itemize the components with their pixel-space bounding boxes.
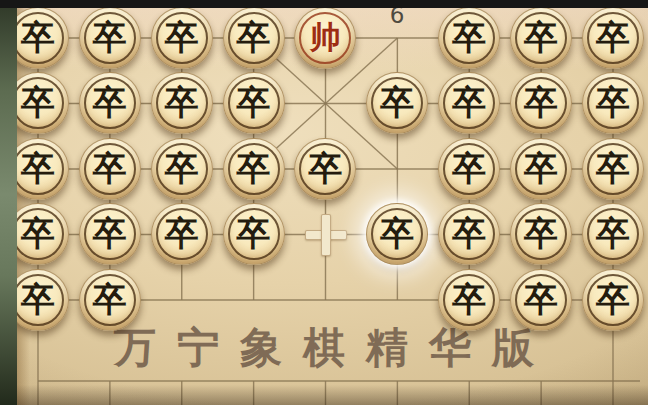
piece-black-soldier[interactable]: 卒: [151, 138, 213, 200]
background-left-strip: [0, 0, 17, 405]
piece-glyph: 卒: [21, 283, 55, 317]
piece-black-soldier[interactable]: 卒: [510, 72, 572, 134]
piece-black-soldier[interactable]: 卒: [151, 7, 213, 69]
piece-black-soldier[interactable]: 卒: [582, 203, 644, 265]
board-point[interactable]: 卒: [577, 202, 648, 268]
piece-glyph: 卒: [308, 152, 342, 186]
piece-black-soldier[interactable]: 卒: [151, 203, 213, 265]
piece-black-soldier[interactable]: 卒: [510, 138, 572, 200]
board-point[interactable]: 卒: [146, 5, 218, 71]
piece-glyph: 卒: [93, 152, 127, 186]
piece-glyph: 卒: [452, 283, 486, 317]
board-point[interactable]: 卒: [74, 5, 146, 71]
piece-glyph: 卒: [165, 152, 199, 186]
board-point[interactable]: 卒: [577, 5, 648, 71]
board-point[interactable]: 卒: [505, 136, 577, 202]
board-point[interactable]: [146, 267, 218, 333]
piece-black-soldier[interactable]: 卒: [151, 72, 213, 134]
piece-glyph: 卒: [452, 217, 486, 251]
piece-black-soldier[interactable]: 卒: [79, 72, 141, 134]
piece-black-soldier[interactable]: 卒: [223, 7, 285, 69]
piece-glyph: 卒: [165, 217, 199, 251]
piece-black-soldier[interactable]: 卒: [79, 138, 141, 200]
piece-glyph: 卒: [524, 86, 558, 120]
piece-glyph: 卒: [237, 86, 271, 120]
board-point[interactable]: 卒: [505, 71, 577, 137]
piece-black-soldier[interactable]: 卒: [438, 138, 500, 200]
board-point[interactable]: 卒: [361, 202, 433, 268]
piece-glyph: 卒: [380, 217, 414, 251]
piece-glyph: 卒: [596, 152, 630, 186]
piece-black-soldier[interactable]: 卒: [294, 138, 356, 200]
board-point[interactable]: 卒: [577, 71, 648, 137]
board-point[interactable]: 帅: [290, 5, 362, 71]
board-point[interactable]: 卒: [433, 202, 505, 268]
piece-glyph: 卒: [165, 21, 199, 55]
piece-black-soldier[interactable]: 卒: [223, 72, 285, 134]
board-point[interactable]: 卒: [577, 267, 648, 333]
board-point[interactable]: [290, 202, 362, 268]
piece-glyph: 卒: [596, 283, 630, 317]
piece-black-soldier[interactable]: 卒: [510, 203, 572, 265]
board-point[interactable]: 卒: [433, 71, 505, 137]
piece-black-soldier[interactable]: 卒: [438, 203, 500, 265]
piece-glyph: 卒: [524, 21, 558, 55]
board-point[interactable]: 卒: [74, 136, 146, 202]
piece-glyph: 卒: [93, 21, 127, 55]
piece-black-soldier[interactable]: 卒: [79, 269, 141, 331]
piece-glyph: 卒: [524, 152, 558, 186]
board-point[interactable]: [290, 267, 362, 333]
piece-glyph: 卒: [21, 86, 55, 120]
piece-glyph: 卒: [21, 21, 55, 55]
game-screen: 万宁象棋精华版 6 卒卒卒卒帅卒卒卒卒卒卒卒卒卒卒卒卒卒卒卒卒卒卒卒卒卒卒卒卒卒…: [0, 0, 648, 405]
piece-glyph: 卒: [21, 152, 55, 186]
board-point[interactable]: 卒: [505, 267, 577, 333]
piece-glyph: 卒: [596, 21, 630, 55]
piece-black-soldier[interactable]: 卒: [438, 269, 500, 331]
board-point[interactable]: 卒: [146, 202, 218, 268]
piece-black-soldier[interactable]: 卒: [79, 7, 141, 69]
piece-black-soldier[interactable]: 卒: [366, 72, 428, 134]
piece-glyph: 卒: [93, 283, 127, 317]
piece-glyph: 帅: [310, 22, 341, 53]
board-point[interactable]: 卒: [433, 136, 505, 202]
board-point[interactable]: 卒: [74, 202, 146, 268]
piece-glyph: 卒: [237, 21, 271, 55]
piece-black-soldier[interactable]: 卒: [438, 7, 500, 69]
board-point[interactable]: 卒: [577, 136, 648, 202]
piece-glyph: 卒: [524, 283, 558, 317]
board-point[interactable]: 卒: [146, 71, 218, 137]
piece-glyph: 卒: [452, 21, 486, 55]
board-point[interactable]: 卒: [146, 136, 218, 202]
piece-glyph: 卒: [596, 86, 630, 120]
board-point[interactable]: 卒: [505, 202, 577, 268]
board-point[interactable]: [361, 267, 433, 333]
board-point[interactable]: 卒: [74, 267, 146, 333]
xiangqi-board[interactable]: 万宁象棋精华版 6 卒卒卒卒帅卒卒卒卒卒卒卒卒卒卒卒卒卒卒卒卒卒卒卒卒卒卒卒卒卒…: [0, 0, 648, 405]
piece-black-soldier[interactable]: 卒: [582, 269, 644, 331]
piece-black-soldier[interactable]: 卒: [366, 203, 428, 265]
piece-glyph: 卒: [237, 152, 271, 186]
board-point[interactable]: [218, 267, 290, 333]
piece-glyph: 卒: [21, 217, 55, 251]
piece-black-soldier[interactable]: 卒: [582, 138, 644, 200]
piece-glyph: 卒: [93, 86, 127, 120]
piece-red-general[interactable]: 帅: [294, 7, 356, 69]
board-point[interactable]: 卒: [433, 5, 505, 71]
board-point[interactable]: 卒: [505, 5, 577, 71]
piece-black-soldier[interactable]: 卒: [223, 203, 285, 265]
piece-glyph: 卒: [452, 86, 486, 120]
board-point[interactable]: 卒: [290, 136, 362, 202]
board-point[interactable]: 卒: [218, 5, 290, 71]
piece-glyph: 卒: [93, 217, 127, 251]
piece-glyph: 卒: [380, 86, 414, 120]
board-grid: 卒卒卒卒帅卒卒卒卒卒卒卒卒卒卒卒卒卒卒卒卒卒卒卒卒卒卒卒卒卒卒卒卒卒卒卒卒: [2, 5, 648, 333]
board-point[interactable]: [290, 71, 362, 137]
piece-black-soldier[interactable]: 卒: [223, 138, 285, 200]
piece-black-soldier[interactable]: 卒: [438, 72, 500, 134]
board-point[interactable]: [361, 136, 433, 202]
board-point[interactable]: 卒: [218, 71, 290, 137]
piece-glyph: 卒: [237, 217, 271, 251]
piece-glyph: 卒: [524, 217, 558, 251]
board-point[interactable]: [361, 5, 433, 71]
piece-glyph: 卒: [165, 86, 199, 120]
piece-black-soldier[interactable]: 卒: [510, 269, 572, 331]
piece-black-soldier[interactable]: 卒: [510, 7, 572, 69]
board-point[interactable]: 卒: [361, 71, 433, 137]
piece-black-soldier[interactable]: 卒: [79, 203, 141, 265]
piece-glyph: 卒: [596, 217, 630, 251]
board-point[interactable]: 卒: [433, 267, 505, 333]
piece-glyph: 卒: [452, 152, 486, 186]
board-point[interactable]: 卒: [74, 71, 146, 137]
board-point[interactable]: 卒: [218, 202, 290, 268]
board-point[interactable]: 卒: [218, 136, 290, 202]
piece-black-soldier[interactable]: 卒: [582, 72, 644, 134]
letterbox-top-bar: [0, 0, 648, 8]
piece-black-soldier[interactable]: 卒: [582, 7, 644, 69]
